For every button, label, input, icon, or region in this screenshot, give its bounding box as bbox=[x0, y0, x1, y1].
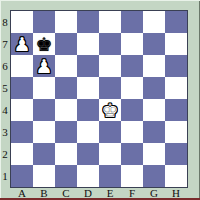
square-h7[interactable] bbox=[165, 33, 187, 55]
square-a4[interactable] bbox=[11, 99, 33, 121]
square-b5[interactable] bbox=[33, 77, 55, 99]
square-b7[interactable]: ♚ bbox=[33, 33, 55, 55]
square-b3[interactable] bbox=[33, 121, 55, 143]
white-pawn: ♟ bbox=[35, 55, 52, 77]
rank-label-4: 4 bbox=[0, 99, 10, 121]
square-d2[interactable] bbox=[77, 143, 99, 165]
square-h5[interactable] bbox=[165, 77, 187, 99]
square-a1[interactable] bbox=[11, 165, 33, 187]
board: ♟♚♟♚ bbox=[10, 10, 188, 188]
square-d8[interactable] bbox=[77, 11, 99, 33]
rank-label-7: 7 bbox=[0, 33, 10, 55]
square-f2[interactable] bbox=[121, 143, 143, 165]
rank-label-3: 3 bbox=[0, 121, 10, 143]
square-h3[interactable] bbox=[165, 121, 187, 143]
square-a6[interactable] bbox=[11, 55, 33, 77]
square-c1[interactable] bbox=[55, 165, 77, 187]
board-frame: 87654321 ♟♚♟♚ ABCDEFGH bbox=[0, 0, 200, 200]
square-b2[interactable] bbox=[33, 143, 55, 165]
square-b6[interactable]: ♟ bbox=[33, 55, 55, 77]
square-a5[interactable] bbox=[11, 77, 33, 99]
rank-label-2: 2 bbox=[0, 143, 10, 165]
rank-label-5: 5 bbox=[0, 77, 10, 99]
square-a8[interactable] bbox=[11, 11, 33, 33]
square-e5[interactable] bbox=[99, 77, 121, 99]
square-f8[interactable] bbox=[121, 11, 143, 33]
square-c4[interactable] bbox=[55, 99, 77, 121]
square-h1[interactable] bbox=[165, 165, 187, 187]
square-h6[interactable] bbox=[165, 55, 187, 77]
square-e2[interactable] bbox=[99, 143, 121, 165]
black-king: ♚ bbox=[35, 33, 52, 55]
square-c3[interactable] bbox=[55, 121, 77, 143]
square-d5[interactable] bbox=[77, 77, 99, 99]
square-g1[interactable] bbox=[143, 165, 165, 187]
square-c2[interactable] bbox=[55, 143, 77, 165]
square-a7[interactable]: ♟ bbox=[11, 33, 33, 55]
square-g4[interactable] bbox=[143, 99, 165, 121]
square-g5[interactable] bbox=[143, 77, 165, 99]
rank-label-1: 1 bbox=[0, 165, 10, 187]
square-f4[interactable] bbox=[121, 99, 143, 121]
square-c7[interactable] bbox=[55, 33, 77, 55]
square-e6[interactable] bbox=[99, 55, 121, 77]
square-c5[interactable] bbox=[55, 77, 77, 99]
square-h2[interactable] bbox=[165, 143, 187, 165]
square-g8[interactable] bbox=[143, 11, 165, 33]
square-b8[interactable] bbox=[33, 11, 55, 33]
square-f6[interactable] bbox=[121, 55, 143, 77]
square-e3[interactable] bbox=[99, 121, 121, 143]
square-g2[interactable] bbox=[143, 143, 165, 165]
square-f7[interactable] bbox=[121, 33, 143, 55]
square-c8[interactable] bbox=[55, 11, 77, 33]
square-c6[interactable] bbox=[55, 55, 77, 77]
square-h4[interactable] bbox=[165, 99, 187, 121]
square-a3[interactable] bbox=[11, 121, 33, 143]
square-d6[interactable] bbox=[77, 55, 99, 77]
square-a2[interactable] bbox=[11, 143, 33, 165]
square-g6[interactable] bbox=[143, 55, 165, 77]
rank-label-6: 6 bbox=[0, 55, 10, 77]
square-h8[interactable] bbox=[165, 11, 187, 33]
white-king: ♚ bbox=[101, 99, 118, 121]
square-d4[interactable] bbox=[77, 99, 99, 121]
white-pawn: ♟ bbox=[13, 33, 30, 55]
square-d3[interactable] bbox=[77, 121, 99, 143]
square-e8[interactable] bbox=[99, 11, 121, 33]
square-d1[interactable] bbox=[77, 165, 99, 187]
square-f3[interactable] bbox=[121, 121, 143, 143]
square-e4[interactable]: ♚ bbox=[99, 99, 121, 121]
square-d7[interactable] bbox=[77, 33, 99, 55]
square-b4[interactable] bbox=[33, 99, 55, 121]
square-g3[interactable] bbox=[143, 121, 165, 143]
frame-bottom-edge bbox=[0, 198, 200, 200]
square-e1[interactable] bbox=[99, 165, 121, 187]
square-f5[interactable] bbox=[121, 77, 143, 99]
square-b1[interactable] bbox=[33, 165, 55, 187]
square-g7[interactable] bbox=[143, 33, 165, 55]
square-e7[interactable] bbox=[99, 33, 121, 55]
square-f1[interactable] bbox=[121, 165, 143, 187]
rank-label-8: 8 bbox=[0, 11, 10, 33]
rank-labels: 87654321 bbox=[0, 10, 10, 188]
